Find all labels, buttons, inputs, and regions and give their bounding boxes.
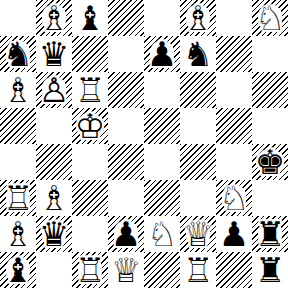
- square-a3[interactable]: ♖: [0, 180, 36, 216]
- square-a2[interactable]: ♗: [0, 216, 36, 252]
- piece-black-rook: ♜: [255, 252, 285, 288]
- square-c5[interactable]: ♔: [72, 108, 108, 144]
- piece-white-queen: ♕: [183, 216, 213, 252]
- piece-white-queen: ♕: [111, 252, 141, 288]
- square-g5[interactable]: [216, 108, 252, 144]
- piece-black-king: ♚: [255, 144, 285, 180]
- piece-white-rook: ♖: [3, 180, 33, 216]
- square-h5[interactable]: [252, 108, 288, 144]
- square-b3[interactable]: ♗: [36, 180, 72, 216]
- square-b4[interactable]: [36, 144, 72, 180]
- square-g6[interactable]: [216, 72, 252, 108]
- piece-white-bishop: ♗: [183, 0, 213, 36]
- piece-black-queen: ♛: [39, 36, 69, 72]
- piece-white-rook: ♖: [75, 252, 105, 288]
- square-d7[interactable]: [108, 36, 144, 72]
- square-g7[interactable]: [216, 36, 252, 72]
- piece-black-pawn: ♟: [111, 216, 141, 252]
- square-e5[interactable]: [144, 108, 180, 144]
- square-e7[interactable]: ♟: [144, 36, 180, 72]
- square-c2[interactable]: [72, 216, 108, 252]
- square-b5[interactable]: [36, 108, 72, 144]
- square-h7[interactable]: [252, 36, 288, 72]
- square-a1[interactable]: ♝: [0, 252, 36, 288]
- piece-white-knight: ♘: [255, 0, 285, 36]
- square-e8[interactable]: [144, 0, 180, 36]
- square-f6[interactable]: [180, 72, 216, 108]
- square-a8[interactable]: [0, 0, 36, 36]
- square-g1[interactable]: [216, 252, 252, 288]
- piece-black-queen: ♛: [39, 216, 69, 252]
- square-f2[interactable]: ♕: [180, 216, 216, 252]
- piece-white-king: ♔: [75, 108, 105, 144]
- piece-black-bishop: ♝: [75, 0, 105, 36]
- square-a5[interactable]: [0, 108, 36, 144]
- square-c7[interactable]: [72, 36, 108, 72]
- square-d3[interactable]: [108, 180, 144, 216]
- square-d2[interactable]: ♟: [108, 216, 144, 252]
- square-e1[interactable]: [144, 252, 180, 288]
- piece-black-rook: ♜: [255, 216, 285, 252]
- square-f8[interactable]: ♗: [180, 0, 216, 36]
- piece-white-rook: ♖: [75, 72, 105, 108]
- piece-white-knight: ♘: [219, 180, 249, 216]
- square-c4[interactable]: [72, 144, 108, 180]
- square-f5[interactable]: [180, 108, 216, 144]
- chess-board: ♗♝♗♘♞♛♟♞♗♙♖♔♚♖♗♘♗♛♟♘♕♟♜♝♖♕♖♜: [0, 0, 288, 288]
- square-g2[interactable]: ♟: [216, 216, 252, 252]
- square-h4[interactable]: ♚: [252, 144, 288, 180]
- square-h1[interactable]: ♜: [252, 252, 288, 288]
- piece-black-knight: ♞: [183, 36, 213, 72]
- piece-white-bishop: ♗: [39, 180, 69, 216]
- piece-white-knight: ♘: [147, 216, 177, 252]
- piece-black-knight: ♞: [3, 36, 33, 72]
- square-d1[interactable]: ♕: [108, 252, 144, 288]
- piece-white-rook: ♖: [183, 252, 213, 288]
- square-a6[interactable]: ♗: [0, 72, 36, 108]
- square-b8[interactable]: ♗: [36, 0, 72, 36]
- square-g3[interactable]: ♘: [216, 180, 252, 216]
- square-g8[interactable]: [216, 0, 252, 36]
- piece-white-bishop: ♗: [39, 0, 69, 36]
- square-d5[interactable]: [108, 108, 144, 144]
- square-f4[interactable]: [180, 144, 216, 180]
- square-f1[interactable]: ♖: [180, 252, 216, 288]
- square-b1[interactable]: [36, 252, 72, 288]
- square-b7[interactable]: ♛: [36, 36, 72, 72]
- square-f7[interactable]: ♞: [180, 36, 216, 72]
- piece-white-pawn: ♙: [39, 72, 69, 108]
- piece-black-bishop: ♝: [3, 252, 33, 288]
- piece-white-bishop: ♗: [3, 72, 33, 108]
- square-h3[interactable]: [252, 180, 288, 216]
- square-h6[interactable]: [252, 72, 288, 108]
- square-d8[interactable]: [108, 0, 144, 36]
- square-b2[interactable]: ♛: [36, 216, 72, 252]
- square-e4[interactable]: [144, 144, 180, 180]
- square-a7[interactable]: ♞: [0, 36, 36, 72]
- square-c1[interactable]: ♖: [72, 252, 108, 288]
- square-e3[interactable]: [144, 180, 180, 216]
- square-e2[interactable]: ♘: [144, 216, 180, 252]
- square-c3[interactable]: [72, 180, 108, 216]
- square-d6[interactable]: [108, 72, 144, 108]
- piece-black-pawn: ♟: [147, 36, 177, 72]
- square-d4[interactable]: [108, 144, 144, 180]
- square-h8[interactable]: ♘: [252, 0, 288, 36]
- square-f3[interactable]: [180, 180, 216, 216]
- piece-white-bishop: ♗: [3, 216, 33, 252]
- square-c8[interactable]: ♝: [72, 0, 108, 36]
- square-a4[interactable]: [0, 144, 36, 180]
- piece-black-pawn: ♟: [219, 216, 249, 252]
- square-c6[interactable]: ♖: [72, 72, 108, 108]
- square-e6[interactable]: [144, 72, 180, 108]
- square-g4[interactable]: [216, 144, 252, 180]
- square-b6[interactable]: ♙: [36, 72, 72, 108]
- square-h2[interactable]: ♜: [252, 216, 288, 252]
